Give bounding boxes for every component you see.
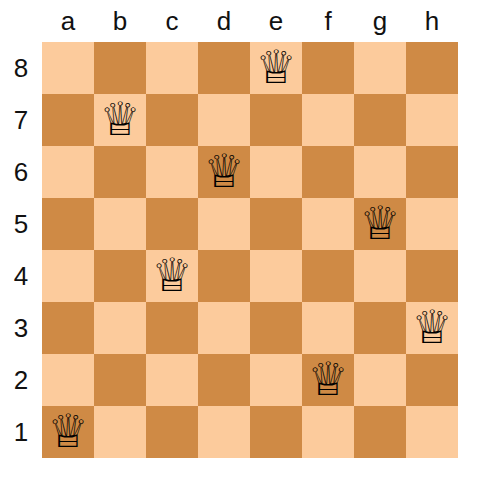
rank-label-7: 7 (0, 94, 42, 146)
square-a1[interactable]: ♕ (42, 406, 94, 458)
square-d7[interactable] (198, 94, 250, 146)
file-label-d: d (198, 0, 250, 42)
square-h5[interactable] (406, 198, 458, 250)
white-queen[interactable]: ♕ (255, 41, 296, 93)
square-f2[interactable]: ♕ (302, 354, 354, 406)
square-c7[interactable] (146, 94, 198, 146)
square-b1[interactable] (94, 406, 146, 458)
square-a6[interactable] (42, 146, 94, 198)
square-d5[interactable] (198, 198, 250, 250)
square-d4[interactable] (198, 250, 250, 302)
square-g1[interactable] (354, 406, 406, 458)
square-e4[interactable] (250, 250, 302, 302)
square-a8[interactable] (42, 42, 94, 94)
file-label-h: h (406, 0, 458, 42)
square-g8[interactable] (354, 42, 406, 94)
file-label-f: f (302, 0, 354, 42)
square-f6[interactable] (302, 146, 354, 198)
chess-board: ♕♕♕♕♕♕♕♕ (42, 42, 458, 458)
square-h2[interactable] (406, 354, 458, 406)
square-d3[interactable] (198, 302, 250, 354)
rank-label-1: 1 (0, 406, 42, 458)
rank-label-5: 5 (0, 198, 42, 250)
square-c4[interactable]: ♕ (146, 250, 198, 302)
square-c6[interactable] (146, 146, 198, 198)
square-a3[interactable] (42, 302, 94, 354)
square-e5[interactable] (250, 198, 302, 250)
square-f4[interactable] (302, 250, 354, 302)
white-queen[interactable]: ♕ (359, 197, 400, 249)
square-h4[interactable] (406, 250, 458, 302)
file-label-e: e (250, 0, 302, 42)
square-a5[interactable] (42, 198, 94, 250)
chess-diagram: abcdefgh 87654321 ♕♕♕♕♕♕♕♕ (0, 0, 500, 500)
square-a7[interactable] (42, 94, 94, 146)
white-queen[interactable]: ♕ (47, 405, 88, 457)
square-f5[interactable] (302, 198, 354, 250)
rank-label-2: 2 (0, 354, 42, 406)
square-g7[interactable] (354, 94, 406, 146)
rank-labels: 87654321 (0, 42, 42, 458)
square-f1[interactable] (302, 406, 354, 458)
square-e1[interactable] (250, 406, 302, 458)
square-e6[interactable] (250, 146, 302, 198)
square-a2[interactable] (42, 354, 94, 406)
file-label-c: c (146, 0, 198, 42)
square-g6[interactable] (354, 146, 406, 198)
square-e2[interactable] (250, 354, 302, 406)
square-d2[interactable] (198, 354, 250, 406)
square-b8[interactable] (94, 42, 146, 94)
square-d6[interactable]: ♕ (198, 146, 250, 198)
square-g5[interactable]: ♕ (354, 198, 406, 250)
square-c1[interactable] (146, 406, 198, 458)
white-queen[interactable]: ♕ (203, 145, 244, 197)
square-c8[interactable] (146, 42, 198, 94)
square-b5[interactable] (94, 198, 146, 250)
square-g3[interactable] (354, 302, 406, 354)
square-e3[interactable] (250, 302, 302, 354)
file-label-a: a (42, 0, 94, 42)
file-labels: abcdefgh (42, 0, 458, 42)
square-b4[interactable] (94, 250, 146, 302)
rank-label-6: 6 (0, 146, 42, 198)
square-c5[interactable] (146, 198, 198, 250)
square-g2[interactable] (354, 354, 406, 406)
square-e8[interactable]: ♕ (250, 42, 302, 94)
rank-label-3: 3 (0, 302, 42, 354)
square-h1[interactable] (406, 406, 458, 458)
square-g4[interactable] (354, 250, 406, 302)
square-f3[interactable] (302, 302, 354, 354)
square-e7[interactable] (250, 94, 302, 146)
square-b7[interactable]: ♕ (94, 94, 146, 146)
white-queen[interactable]: ♕ (99, 93, 140, 145)
square-h7[interactable] (406, 94, 458, 146)
square-h8[interactable] (406, 42, 458, 94)
rank-label-4: 4 (0, 250, 42, 302)
square-d1[interactable] (198, 406, 250, 458)
white-queen[interactable]: ♕ (151, 249, 192, 301)
square-b6[interactable] (94, 146, 146, 198)
square-h6[interactable] (406, 146, 458, 198)
square-d8[interactable] (198, 42, 250, 94)
square-h3[interactable]: ♕ (406, 302, 458, 354)
square-a4[interactable] (42, 250, 94, 302)
square-b2[interactable] (94, 354, 146, 406)
square-f7[interactable] (302, 94, 354, 146)
square-c2[interactable] (146, 354, 198, 406)
square-b3[interactable] (94, 302, 146, 354)
file-label-g: g (354, 0, 406, 42)
white-queen[interactable]: ♕ (411, 301, 452, 353)
rank-label-8: 8 (0, 42, 42, 94)
white-queen[interactable]: ♕ (307, 353, 348, 405)
square-f8[interactable] (302, 42, 354, 94)
file-label-b: b (94, 0, 146, 42)
square-c3[interactable] (146, 302, 198, 354)
